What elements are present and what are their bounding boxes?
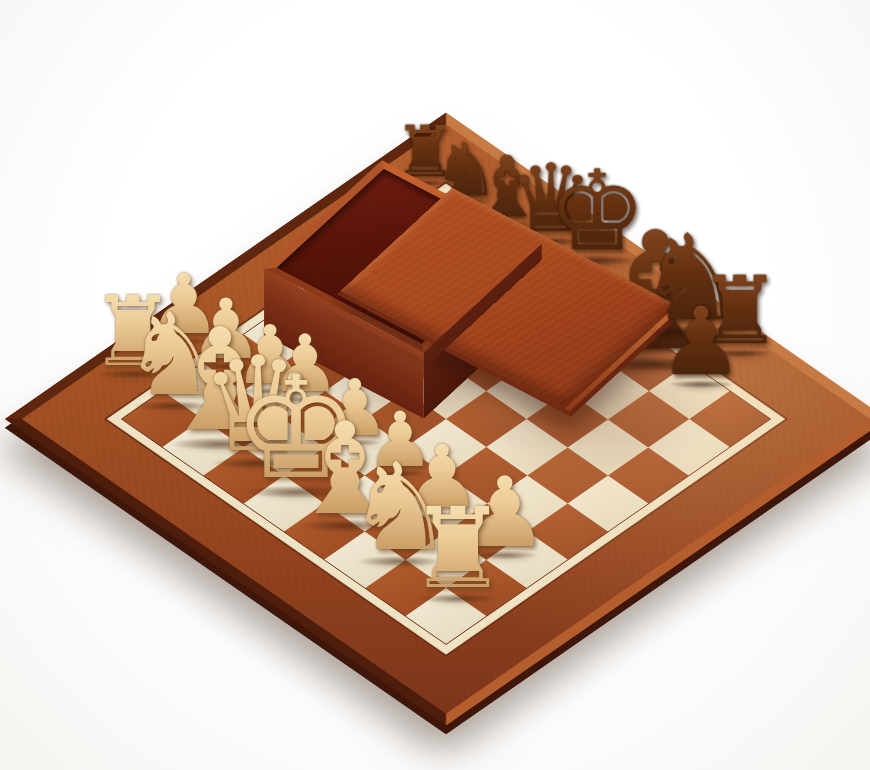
chess-set-photo: ♜♞♝♛♚♝ ♞♟♜♟♜♟♟♟♞♝♟♛♟♚♟♝♟♞♜ <box>0 0 870 770</box>
chess-board <box>5 112 870 725</box>
scene: ♜♞♝♛♚♝ ♞♟♜♟♜♟♟♟♞♝♟♛♟♚♟♝♟♞♜ <box>0 0 870 770</box>
